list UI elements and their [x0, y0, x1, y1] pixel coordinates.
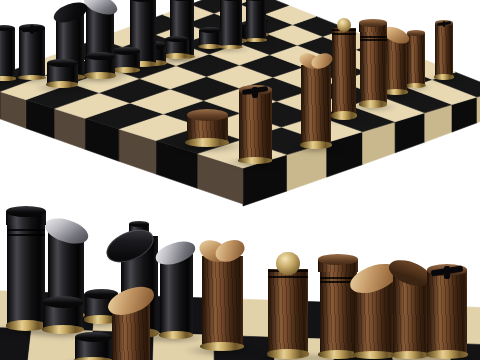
- king-collar-groove: [360, 39, 387, 41]
- rook-notch: [30, 25, 34, 34]
- rook-notch: [444, 266, 450, 280]
- brass-base-ring: [353, 351, 395, 359]
- king-collar-groove: [7, 234, 45, 236]
- queen-collar-groove: [332, 33, 356, 35]
- piece-body: [435, 23, 453, 79]
- piece-walnut-king: [360, 22, 387, 107]
- piece-cap: [43, 296, 83, 307]
- piece-body: [246, 0, 266, 41]
- brass-base-ring: [434, 74, 453, 80]
- piece-body: [427, 270, 467, 358]
- piece-walnut-king: [320, 258, 357, 358]
- piece-walnut-rook: [239, 90, 272, 163]
- king-cap: [6, 206, 46, 217]
- brass-base-ring: [185, 138, 228, 147]
- piece-walnut-queen: [268, 252, 308, 358]
- king-collar-groove: [7, 229, 45, 231]
- piece-cap: [187, 109, 228, 120]
- piece-body: [332, 28, 356, 119]
- piece-black-pawn: [113, 51, 140, 72]
- piece-body: [202, 256, 243, 350]
- piece-cap: [199, 27, 221, 33]
- brass-base-ring: [46, 81, 79, 88]
- king-cap: [318, 254, 357, 264]
- piece-black-bishop: [160, 248, 193, 338]
- piece-walnut-bishop: [393, 268, 428, 358]
- rook-notch: [252, 87, 257, 98]
- queen-collar-groove: [268, 276, 308, 278]
- piece-black-pawn: [47, 63, 78, 87]
- piece-walnut-rook: [427, 270, 467, 358]
- piece-body: [19, 28, 45, 79]
- brass-base-ring: [391, 351, 428, 359]
- brass-base-ring: [42, 325, 84, 334]
- brass-base-ring: [384, 89, 407, 95]
- piece-black-pawn: [75, 337, 112, 360]
- piece-cap: [47, 59, 78, 68]
- brass-base-ring: [219, 45, 242, 50]
- piece-black-cylinder: [246, 0, 266, 41]
- piece-black-cylinder: [0, 28, 15, 80]
- piece-cap: [407, 30, 425, 35]
- queen-brass-ball: [276, 252, 299, 275]
- piece-body: [220, 0, 242, 48]
- piece-walnut-bishop: [202, 247, 243, 350]
- piece-body: [393, 274, 428, 358]
- piece-walnut-bishop: [354, 272, 394, 358]
- brass-base-ring: [164, 53, 189, 59]
- piece-body: [407, 33, 425, 87]
- brass-base-ring: [267, 349, 309, 359]
- king-cap: [359, 19, 388, 27]
- piece-black-pawn: [43, 302, 83, 333]
- piece-body: [301, 65, 331, 148]
- piece-walnut-rook: [435, 23, 453, 79]
- brass-base-ring: [331, 111, 356, 120]
- piece-body: [0, 28, 15, 80]
- brass-base-ring: [359, 100, 388, 108]
- piece-body: [385, 36, 407, 94]
- piece-cap: [75, 332, 112, 342]
- brass-base-ring: [238, 157, 273, 164]
- piece-walnut-cylinder: [407, 33, 425, 87]
- brass-base-ring: [300, 141, 332, 149]
- piece-black-cylinder: [220, 0, 242, 48]
- king-collar-groove: [360, 36, 387, 38]
- piece-black-pawn: [199, 30, 221, 48]
- piece-black-king: [7, 210, 45, 330]
- piece-walnut-bishop: [385, 32, 407, 94]
- piece-walnut-bishop: [301, 58, 331, 148]
- piece-black-rook: [19, 28, 45, 79]
- piece-walnut-queen: [332, 18, 356, 119]
- piece-body: [160, 254, 193, 338]
- piece-walnut-bishop: [112, 295, 150, 360]
- render-canvas: [0, 0, 480, 360]
- piece-body: [239, 90, 272, 163]
- brass-base-ring: [426, 350, 468, 359]
- brass-base-ring: [406, 83, 425, 88]
- piece-body: [7, 219, 45, 330]
- piece-body: [268, 269, 308, 358]
- piece-cap: [113, 47, 140, 55]
- piece-walnut-pawn: [187, 115, 228, 146]
- brass-base-ring: [159, 331, 194, 339]
- piece-black-pawn: [165, 39, 189, 58]
- brass-base-ring: [198, 44, 221, 49]
- brass-base-ring: [200, 342, 243, 351]
- brass-base-ring: [318, 350, 357, 359]
- queen-brass-ball: [337, 18, 351, 32]
